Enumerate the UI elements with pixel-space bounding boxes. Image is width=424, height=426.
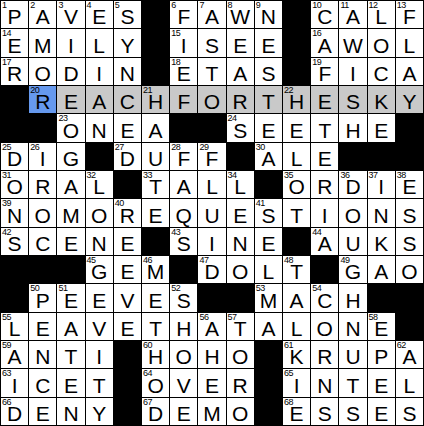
cell-letter: A [170, 176, 197, 197]
cell-letter: S [339, 403, 366, 424]
cell-letter: S [255, 205, 282, 226]
cell-r4c13[interactable]: S [339, 86, 366, 113]
cell-r6c2[interactable]: 26I [29, 143, 56, 170]
cell-r1c5[interactable]: 5S [114, 1, 141, 28]
cell-r3c7[interactable]: 18E [170, 58, 197, 85]
cell-r5c3[interactable]: 23O [57, 114, 84, 141]
cell-letter: T [283, 205, 310, 226]
block-cell-r9c6 [142, 228, 169, 255]
cell-r1c12[interactable]: 10C [311, 1, 338, 28]
cell-r6c12[interactable]: E [311, 143, 338, 170]
cell-letter: D [1, 148, 28, 169]
cell-r2c2[interactable]: M [29, 29, 56, 56]
cell-r12c7[interactable]: H [170, 313, 197, 340]
cell-r2c7[interactable]: 15I [170, 29, 197, 56]
cell-r8c12[interactable]: I [311, 199, 338, 226]
cell-letter: R [311, 176, 338, 197]
cell-letter: S [227, 120, 254, 141]
cell-r8c14[interactable]: N [368, 199, 395, 226]
cell-letter: L [255, 261, 282, 282]
cell-r6c5[interactable]: 27D [114, 143, 141, 170]
block-cell-r7c5 [114, 171, 141, 198]
cell-r7c11[interactable]: 35O [283, 171, 310, 198]
cell-letter: I [339, 63, 366, 84]
cell-r15c11[interactable]: 68E [283, 398, 310, 425]
cell-r9c9[interactable]: N [227, 228, 254, 255]
cell-letter: A [57, 318, 84, 339]
cell-r11c7[interactable]: 52S [170, 284, 197, 311]
cell-letter: V [57, 6, 84, 27]
cell-r12c13[interactable]: N [339, 313, 366, 340]
cell-letter: E [368, 375, 395, 396]
cell-r8c2[interactable]: O [29, 199, 56, 226]
cell-letter: R [227, 375, 254, 396]
cell-r1c15[interactable]: 13F [396, 1, 423, 28]
cell-r4c4[interactable]: A [86, 86, 113, 113]
cell-r10c5[interactable]: E [114, 256, 141, 283]
block-cell-r6c13 [339, 143, 366, 170]
cell-r7c15[interactable]: 38E [396, 171, 423, 198]
cell-r5c10[interactable]: E [255, 114, 282, 141]
cell-r11c13[interactable]: H [339, 284, 366, 311]
cell-r9c2[interactable]: C [29, 228, 56, 255]
cell-r15c8[interactable]: M [198, 398, 225, 425]
cell-r12c10[interactable]: A [255, 313, 282, 340]
cell-r8c13[interactable]: O [339, 199, 366, 226]
cell-r8c6[interactable]: E [142, 199, 169, 226]
cell-letter: E [255, 233, 282, 254]
cell-letter: C [368, 63, 395, 84]
cell-r3c10[interactable]: S [255, 58, 282, 85]
cell-letter: V [114, 290, 141, 311]
cell-r15c12[interactable]: S [311, 398, 338, 425]
cell-r13c6[interactable]: 60H [142, 341, 169, 368]
cell-r14c9[interactable]: R [227, 369, 254, 396]
cell-letter: K [368, 91, 395, 112]
cell-r2c14[interactable]: O [368, 29, 395, 56]
cell-letter: F [198, 148, 225, 169]
cell-letter: M [57, 205, 84, 226]
cell-letter: L [86, 176, 113, 197]
cell-r8c5[interactable]: 40R [114, 199, 141, 226]
cell-letter: R [29, 91, 56, 112]
cell-letter: O [142, 375, 169, 396]
cell-r9c15[interactable]: S [396, 228, 423, 255]
cell-letter: E [1, 35, 28, 56]
cell-r12c8[interactable]: 56A [198, 313, 225, 340]
cell-r4c14[interactable]: K [368, 86, 395, 113]
cell-r6c10[interactable]: 30A [255, 143, 282, 170]
cell-r1c1[interactable]: 1P [1, 1, 28, 28]
cell-letter: E [114, 261, 141, 282]
cell-r15c14[interactable]: E [368, 398, 395, 425]
cell-r2c13[interactable]: W [339, 29, 366, 56]
cell-r11c6[interactable]: E [142, 284, 169, 311]
selected-cell-r4c2[interactable]: 20R [29, 86, 56, 113]
cell-letter: I [86, 346, 113, 367]
cell-letter: S [396, 233, 423, 254]
cell-r5c14[interactable]: E [368, 114, 395, 141]
cell-r13c7[interactable]: O [170, 341, 197, 368]
cell-letter: S [198, 35, 225, 56]
cell-r11c4[interactable]: E [86, 284, 113, 311]
cell-letter: M [198, 403, 225, 424]
cell-letter: I [170, 35, 197, 56]
cell-r14c13[interactable]: T [339, 369, 366, 396]
cell-r6c7[interactable]: 28F [170, 143, 197, 170]
block-cell-r6c9 [227, 143, 254, 170]
cell-r8c11[interactable]: T [283, 199, 310, 226]
block-cell-r2c11 [283, 29, 310, 56]
cell-r6c11[interactable]: L [283, 143, 310, 170]
cell-r10c15[interactable]: O [396, 256, 423, 283]
cell-r1c2[interactable]: 2A [29, 1, 56, 28]
cell-r1c14[interactable]: 12L [368, 1, 395, 28]
cell-r15c13[interactable]: S [339, 398, 366, 425]
cell-r2c15[interactable]: L [396, 29, 423, 56]
cell-letter: E [283, 403, 310, 424]
cell-r8c15[interactable]: S [396, 199, 423, 226]
cell-letter: S [311, 403, 338, 424]
block-cell-r1c11 [283, 1, 310, 28]
cell-r9c1[interactable]: 42S [1, 228, 28, 255]
cell-r11c5[interactable]: V [114, 284, 141, 311]
cell-letter: L [283, 318, 310, 339]
cell-r6c1[interactable]: 25D [1, 143, 28, 170]
block-cell-r6c14 [368, 143, 395, 170]
cell-letter: M [255, 290, 282, 311]
cell-r11c3[interactable]: 51E [57, 284, 84, 311]
cell-r13c14[interactable]: P [368, 341, 395, 368]
cell-r10c8[interactable]: 47D [198, 256, 225, 283]
cell-r7c7[interactable]: A [170, 171, 197, 198]
cell-r9c13[interactable]: U [339, 228, 366, 255]
cell-r10c9[interactable]: O [227, 256, 254, 283]
cell-letter: I [86, 63, 113, 84]
cell-r2c12[interactable]: 16A [311, 29, 338, 56]
cell-r4c7[interactable]: F [170, 86, 197, 113]
cell-r15c4[interactable]: Y [86, 398, 113, 425]
block-cell-r2c6 [142, 29, 169, 56]
cell-r14c12[interactable]: N [311, 369, 338, 396]
cell-r6c3[interactable]: G [57, 143, 84, 170]
cell-letter: F [170, 6, 197, 27]
cell-r10c11[interactable]: 48T [283, 256, 310, 283]
block-cell-r10c3 [57, 256, 84, 283]
block-cell-r10c1 [1, 256, 28, 283]
cell-r2c1[interactable]: 14E [1, 29, 28, 56]
cell-letter: L [1, 318, 28, 339]
cell-r12c1[interactable]: 55L [1, 313, 28, 340]
cell-r8c9[interactable]: E [227, 199, 254, 226]
cell-letter: A [86, 91, 113, 112]
cell-letter: L [283, 148, 310, 169]
cell-r3c5[interactable]: N [114, 58, 141, 85]
cell-r15c1[interactable]: 66D [1, 398, 28, 425]
cell-letter: T [142, 318, 169, 339]
block-cell-r7c10 [255, 171, 282, 198]
cell-r7c3[interactable]: A [57, 171, 84, 198]
cell-r12c2[interactable]: E [29, 313, 56, 340]
cell-letter: N [29, 346, 56, 367]
cell-letter: D [339, 176, 366, 197]
cell-r12c11[interactable]: L [283, 313, 310, 340]
cell-letter: E [29, 318, 56, 339]
cell-letter: N [227, 233, 254, 254]
cell-r13c12[interactable]: R [311, 341, 338, 368]
cell-r5c4[interactable]: N [86, 114, 113, 141]
cell-r9c12[interactable]: 44A [311, 228, 338, 255]
cell-r1c8[interactable]: 7A [198, 1, 225, 28]
cell-letter: R [227, 91, 254, 112]
cell-r1c9[interactable]: 8W [227, 1, 254, 28]
cell-r2c3[interactable]: I [57, 29, 84, 56]
cell-letter: Y [396, 91, 423, 112]
cell-r7c6[interactable]: 33T [142, 171, 169, 198]
cell-letter: N [311, 375, 338, 396]
cell-letter: A [339, 6, 366, 27]
cell-r15c7[interactable]: E [170, 398, 197, 425]
cell-r6c6[interactable]: U [142, 143, 169, 170]
cell-r12c12[interactable]: O [311, 313, 338, 340]
cell-letter: E [114, 233, 141, 254]
cell-letter: Y [86, 403, 113, 424]
cell-r14c4[interactable]: T [86, 369, 113, 396]
cell-r11c11[interactable]: A [283, 284, 310, 311]
cell-r10c10[interactable]: L [255, 256, 282, 283]
cell-letter: U [142, 148, 169, 169]
cell-r7c9[interactable]: 34L [227, 171, 254, 198]
cell-r5c12[interactable]: T [311, 114, 338, 141]
cell-r12c6[interactable]: T [142, 313, 169, 340]
cell-r4c10[interactable]: T [255, 86, 282, 113]
cell-r8c10[interactable]: 41S [255, 199, 282, 226]
cell-r5c13[interactable]: H [339, 114, 366, 141]
cell-r10c14[interactable]: A [368, 256, 395, 283]
cell-r15c15[interactable]: S [396, 398, 423, 425]
cell-r7c12[interactable]: R [311, 171, 338, 198]
cell-letter: H [339, 290, 366, 311]
cell-letter: E [198, 375, 225, 396]
cell-letter: E [255, 35, 282, 56]
cell-r13c13[interactable]: U [339, 341, 366, 368]
cell-r1c10[interactable]: 9N [255, 1, 282, 28]
cell-letter: A [142, 120, 169, 141]
cell-r4c8[interactable]: O [198, 86, 225, 113]
cell-r12c9[interactable]: 57T [227, 313, 254, 340]
cell-r13c2[interactable]: N [29, 341, 56, 368]
cell-r14c14[interactable]: E [368, 369, 395, 396]
cell-letter: K [368, 233, 395, 254]
cell-letter: O [198, 91, 225, 112]
cell-r9c7[interactable]: 43S [170, 228, 197, 255]
cell-letter: D [198, 261, 225, 282]
cell-r7c1[interactable]: 31O [1, 171, 28, 198]
cell-letter: O [283, 176, 310, 197]
cell-r2c5[interactable]: Y [114, 29, 141, 56]
block-cell-r10c12 [311, 256, 338, 283]
cell-r13c11[interactable]: 61K [283, 341, 310, 368]
cell-r1c13[interactable]: 11A [339, 1, 366, 28]
block-cell-r3c6 [142, 58, 169, 85]
cell-letter: W [227, 6, 254, 27]
block-cell-r11c14 [368, 284, 395, 311]
cell-letter: D [142, 403, 169, 424]
cell-r8c7[interactable]: Q [170, 199, 197, 226]
cell-letter: O [227, 346, 254, 367]
cell-r10c13[interactable]: 49G [339, 256, 366, 283]
cell-r14c6[interactable]: 64O [142, 369, 169, 396]
cell-r4c6[interactable]: 21H [142, 86, 169, 113]
cell-r7c2[interactable]: R [29, 171, 56, 198]
cell-letter: A [29, 6, 56, 27]
cell-r1c4[interactable]: 4E [86, 1, 113, 28]
cell-letter: L [396, 375, 423, 396]
cell-r7c8[interactable]: L [198, 171, 225, 198]
cell-r2c4[interactable]: L [86, 29, 113, 56]
cell-r12c4[interactable]: V [86, 313, 113, 340]
cell-r10c4[interactable]: 45G [86, 256, 113, 283]
cell-letter: N [1, 205, 28, 226]
cell-letter: O [396, 261, 423, 282]
cell-r14c3[interactable]: E [57, 369, 84, 396]
cell-letter: R [1, 63, 28, 84]
block-cell-r10c7 [170, 256, 197, 283]
cell-r3c8[interactable]: T [198, 58, 225, 85]
cell-letter: G [86, 261, 113, 282]
cell-r15c9[interactable]: O [227, 398, 254, 425]
cell-letter: F [170, 148, 197, 169]
cell-r8c1[interactable]: 39N [1, 199, 28, 226]
cell-letter: N [86, 233, 113, 254]
cell-r13c3[interactable]: T [57, 341, 84, 368]
cell-r4c15[interactable]: Y [396, 86, 423, 113]
cell-r15c2[interactable]: E [29, 398, 56, 425]
cell-r4c11[interactable]: 22H [283, 86, 310, 113]
cell-r15c3[interactable]: N [57, 398, 84, 425]
cell-r14c15[interactable]: L [396, 369, 423, 396]
block-cell-r11c8 [198, 284, 225, 311]
cell-r3c4[interactable]: I [86, 58, 113, 85]
cell-letter: R [29, 176, 56, 197]
cell-r10c6[interactable]: 46M [142, 256, 169, 283]
cell-r14c7[interactable]: V [170, 369, 197, 396]
cell-letter: A [283, 290, 310, 311]
cell-r13c15[interactable]: 62A [396, 341, 423, 368]
cell-r7c4[interactable]: 32L [86, 171, 113, 198]
cell-r14c1[interactable]: 63I [1, 369, 28, 396]
cell-r14c8[interactable]: E [198, 369, 225, 396]
cell-letter: P [1, 6, 28, 27]
block-cell-r5c7 [170, 114, 197, 141]
cell-r2c10[interactable]: E [255, 29, 282, 56]
cell-r7c14[interactable]: 37I [368, 171, 395, 198]
cell-letter: E [255, 120, 282, 141]
cell-letter: O [227, 403, 254, 424]
cell-r5c5[interactable]: E [114, 114, 141, 141]
cell-r15c6[interactable]: 67D [142, 398, 169, 425]
cell-r5c6[interactable]: A [142, 114, 169, 141]
cell-r14c11[interactable]: 65I [283, 369, 310, 396]
cell-letter: S [255, 63, 282, 84]
cell-r9c10[interactable]: E [255, 228, 282, 255]
cell-r9c4[interactable]: N [86, 228, 113, 255]
cell-r11c10[interactable]: 53M [255, 284, 282, 311]
cell-r3c1[interactable]: 17R [1, 58, 28, 85]
cell-r5c9[interactable]: 24S [227, 114, 254, 141]
cell-letter: T [255, 91, 282, 112]
block-cell-r6c4 [86, 143, 113, 170]
cell-letter: S [170, 233, 197, 254]
cell-r13c9[interactable]: O [227, 341, 254, 368]
cell-letter: V [86, 318, 113, 339]
cell-letter: I [283, 375, 310, 396]
cell-letter: L [368, 6, 395, 27]
cell-r3c3[interactable]: D [57, 58, 84, 85]
cell-r12c5[interactable]: E [114, 313, 141, 340]
cell-letter: M [29, 35, 56, 56]
block-cell-r13c10 [255, 341, 282, 368]
cell-r4c3[interactable]: E [57, 86, 84, 113]
cell-r3c2[interactable]: O [29, 58, 56, 85]
cell-r1c7[interactable]: 6F [170, 1, 197, 28]
cell-r12c3[interactable]: A [57, 313, 84, 340]
cell-r8c4[interactable]: O [86, 199, 113, 226]
cell-r11c12[interactable]: 54C [311, 284, 338, 311]
cell-r3c12[interactable]: 19F [311, 58, 338, 85]
cell-r1c3[interactable]: 3V [57, 1, 84, 28]
cell-letter: I [198, 233, 225, 254]
cell-r14c2[interactable]: C [29, 369, 56, 396]
cell-r4c9[interactable]: R [227, 86, 254, 113]
cell-letter: I [29, 148, 56, 169]
cell-r4c5[interactable]: C [114, 86, 141, 113]
cell-r12c14[interactable]: 58E [368, 313, 395, 340]
cell-r13c1[interactable]: 59A [1, 341, 28, 368]
cell-letter: N [255, 6, 282, 27]
cell-r9c5[interactable]: E [114, 228, 141, 255]
cell-r11c2[interactable]: 50P [29, 284, 56, 311]
cell-r3c14[interactable]: C [368, 58, 395, 85]
cell-letter: E [170, 63, 197, 84]
cell-letter: N [339, 318, 366, 339]
cell-r2c8[interactable]: S [198, 29, 225, 56]
cell-r7c13[interactable]: 36D [339, 171, 366, 198]
cell-r9c14[interactable]: K [368, 228, 395, 255]
block-cell-r5c1 [1, 114, 28, 141]
cell-r5c11[interactable]: E [283, 114, 310, 141]
cell-letter: E [29, 403, 56, 424]
cell-letter: A [255, 318, 282, 339]
cell-r13c4[interactable]: I [86, 341, 113, 368]
cell-r8c8[interactable]: U [198, 199, 225, 226]
cell-r3c13[interactable]: I [339, 58, 366, 85]
cell-r6c8[interactable]: 29F [198, 143, 225, 170]
cell-r2c9[interactable]: E [227, 29, 254, 56]
cell-letter: C [29, 375, 56, 396]
cell-r9c8[interactable]: I [198, 228, 225, 255]
cell-r13c8[interactable]: H [198, 341, 225, 368]
cell-letter: E [283, 120, 310, 141]
cell-r8c3[interactable]: M [57, 199, 84, 226]
cell-r9c3[interactable]: E [57, 228, 84, 255]
cell-r4c12[interactable]: E [311, 86, 338, 113]
cell-letter: E [114, 120, 141, 141]
cell-r3c9[interactable]: A [227, 58, 254, 85]
cell-letter: U [198, 205, 225, 226]
cell-letter: E [86, 290, 113, 311]
cell-r3c15[interactable]: A [396, 58, 423, 85]
